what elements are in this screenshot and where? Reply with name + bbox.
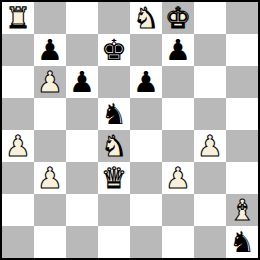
square-c3[interactable] — [66, 162, 98, 194]
square-e5[interactable] — [130, 98, 162, 130]
square-a6[interactable] — [2, 66, 34, 98]
square-e4[interactable] — [130, 130, 162, 162]
square-b2[interactable] — [34, 194, 66, 226]
square-g8[interactable] — [194, 2, 226, 34]
square-e8[interactable]: ♞ — [130, 2, 162, 34]
white-king-f8: ♚ — [165, 2, 191, 34]
square-h4[interactable] — [226, 130, 258, 162]
square-c7[interactable] — [66, 34, 98, 66]
square-d5[interactable]: ♞ — [98, 98, 130, 130]
white-pawn-b3: ♟ — [37, 162, 63, 194]
square-f5[interactable] — [162, 98, 194, 130]
square-g4[interactable]: ♟ — [194, 130, 226, 162]
square-d6[interactable] — [98, 66, 130, 98]
square-b1[interactable] — [34, 226, 66, 258]
square-c2[interactable] — [66, 194, 98, 226]
square-a2[interactable] — [2, 194, 34, 226]
square-d3[interactable]: ♛ — [98, 162, 130, 194]
square-b3[interactable]: ♟ — [34, 162, 66, 194]
black-pawn-e6: ♟ — [133, 66, 159, 98]
white-pawn-b6: ♟ — [37, 66, 63, 98]
square-c5[interactable] — [66, 98, 98, 130]
black-pawn-f7: ♟ — [165, 34, 191, 66]
square-f1[interactable] — [162, 226, 194, 258]
square-a1[interactable] — [2, 226, 34, 258]
square-d8[interactable] — [98, 2, 130, 34]
square-c6[interactable]: ♟ — [66, 66, 98, 98]
square-a4[interactable]: ♟ — [2, 130, 34, 162]
square-f3[interactable]: ♟ — [162, 162, 194, 194]
square-b7[interactable]: ♟ — [34, 34, 66, 66]
square-f6[interactable] — [162, 66, 194, 98]
white-pawn-g4: ♟ — [197, 130, 223, 162]
square-d1[interactable] — [98, 226, 130, 258]
square-e6[interactable]: ♟ — [130, 66, 162, 98]
square-d7[interactable]: ♚ — [98, 34, 130, 66]
square-b8[interactable] — [34, 2, 66, 34]
square-d4[interactable]: ♞ — [98, 130, 130, 162]
square-a7[interactable] — [2, 34, 34, 66]
square-h8[interactable] — [226, 2, 258, 34]
black-knight-h1: ♞ — [229, 226, 255, 258]
square-f2[interactable] — [162, 194, 194, 226]
square-e7[interactable] — [130, 34, 162, 66]
square-b6[interactable]: ♟ — [34, 66, 66, 98]
square-c1[interactable] — [66, 226, 98, 258]
square-f8[interactable]: ♚ — [162, 2, 194, 34]
square-f7[interactable]: ♟ — [162, 34, 194, 66]
square-e3[interactable] — [130, 162, 162, 194]
square-g5[interactable] — [194, 98, 226, 130]
black-knight-d5: ♞ — [101, 98, 127, 130]
white-pawn-f3: ♟ — [165, 162, 191, 194]
square-h2[interactable]: ♝ — [226, 194, 258, 226]
black-pawn-c6: ♟ — [69, 66, 95, 98]
square-h1[interactable]: ♞ — [226, 226, 258, 258]
square-e2[interactable] — [130, 194, 162, 226]
square-b5[interactable] — [34, 98, 66, 130]
white-knight-d4: ♞ — [101, 130, 127, 162]
white-knight-e8: ♞ — [133, 2, 159, 34]
black-king-d7: ♚ — [101, 34, 127, 66]
square-g7[interactable] — [194, 34, 226, 66]
white-queen-d3: ♛ — [101, 162, 127, 194]
square-c8[interactable] — [66, 2, 98, 34]
white-pawn-a4: ♟ — [5, 130, 31, 162]
square-g6[interactable] — [194, 66, 226, 98]
square-c4[interactable] — [66, 130, 98, 162]
white-bishop-h2: ♝ — [229, 194, 255, 226]
black-pawn-b7: ♟ — [37, 34, 63, 66]
square-e1[interactable] — [130, 226, 162, 258]
square-d2[interactable] — [98, 194, 130, 226]
square-b4[interactable] — [34, 130, 66, 162]
square-a5[interactable] — [2, 98, 34, 130]
square-h3[interactable] — [226, 162, 258, 194]
chess-board: ♜♞♚♟♚♟♟♟♟♞♟♞♟♟♛♟♝♞ — [0, 0, 260, 260]
square-g1[interactable] — [194, 226, 226, 258]
square-h6[interactable] — [226, 66, 258, 98]
square-g2[interactable] — [194, 194, 226, 226]
square-a8[interactable]: ♜ — [2, 2, 34, 34]
square-a3[interactable] — [2, 162, 34, 194]
square-f4[interactable] — [162, 130, 194, 162]
square-h5[interactable] — [226, 98, 258, 130]
square-h7[interactable] — [226, 34, 258, 66]
white-rook-a8: ♜ — [5, 2, 31, 34]
square-g3[interactable] — [194, 162, 226, 194]
